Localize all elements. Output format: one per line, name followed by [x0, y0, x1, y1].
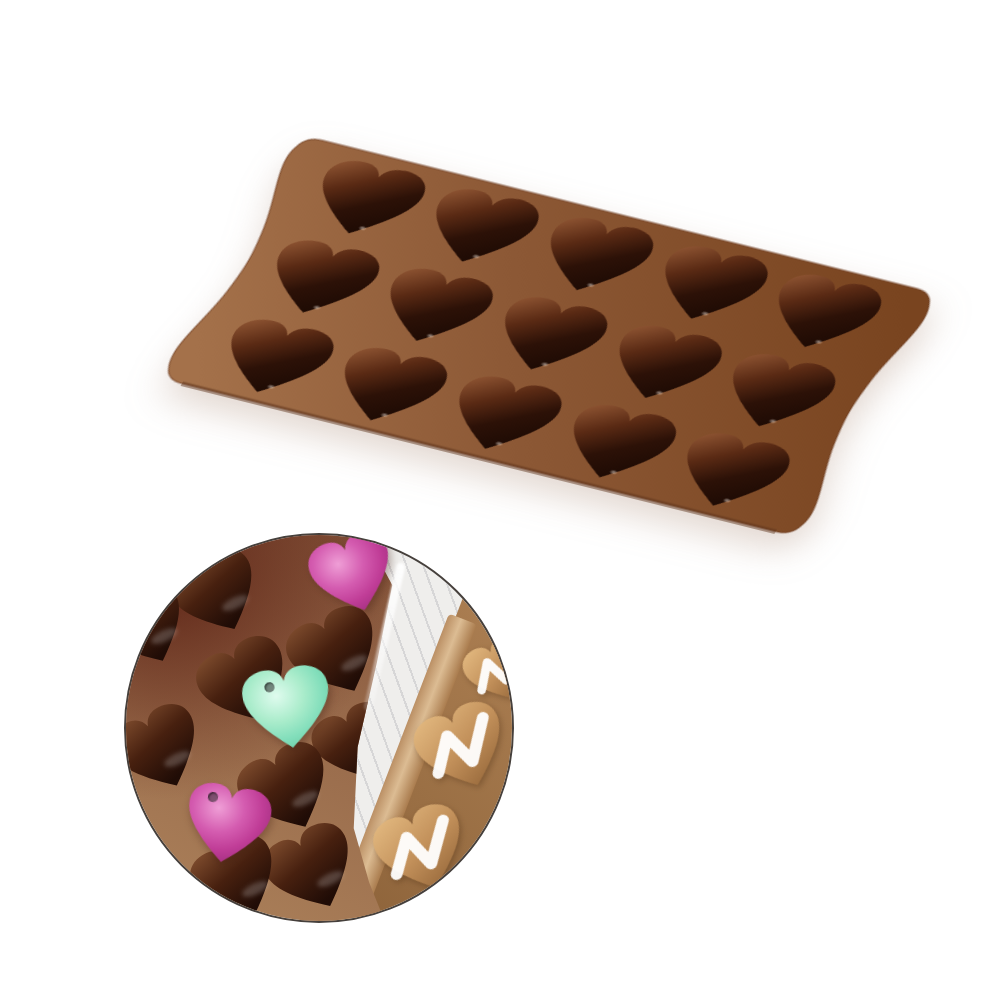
mint-green-heart — [233, 659, 343, 764]
mold-cavity-grid — [197, 149, 902, 524]
inset-closeup-circle — [124, 533, 514, 923]
chocolate-mold-plate — [144, 123, 955, 549]
magenta-heart-bottom — [173, 775, 281, 878]
product-photo-canvas — [0, 0, 1000, 1000]
